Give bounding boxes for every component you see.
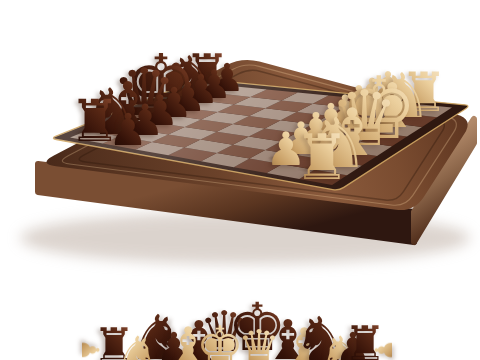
chess-board <box>0 0 480 360</box>
chess-set-render: ♜♟♞♟♟♝♟♟♚♜♟♟♞♛♟♝♟♟♝♞♟♚♟♜♛♟♟♝♟♟♞♜ ♟♜♞♞♟♝♝… <box>0 0 480 360</box>
